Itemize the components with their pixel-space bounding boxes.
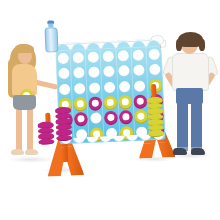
boy-shoe xyxy=(173,148,187,155)
boy-figure xyxy=(166,32,214,158)
cell-r5-c4 xyxy=(104,110,120,126)
cell-r1-c4 xyxy=(101,49,117,65)
disc-yellow xyxy=(73,97,87,111)
boy-shirt xyxy=(172,53,209,91)
cell-r2-c4 xyxy=(102,64,118,80)
cell-r2-c2 xyxy=(71,65,87,81)
hole-empty xyxy=(90,113,101,124)
disc-magenta xyxy=(104,111,118,125)
product-photo-giant-connect-four xyxy=(0,0,220,220)
hole-empty xyxy=(149,64,160,75)
boy-leg xyxy=(191,102,202,151)
hole-empty xyxy=(103,66,114,77)
cell-r3-c5 xyxy=(117,79,133,95)
cell-r3-c4 xyxy=(102,79,118,95)
girl-shoe xyxy=(11,149,24,155)
cell-r1-c6 xyxy=(131,47,147,63)
cell-r3-c2 xyxy=(72,81,88,97)
cell-r4-c3 xyxy=(88,95,104,111)
disc-yellow xyxy=(134,110,148,124)
girl-shoe xyxy=(25,149,38,155)
girl-figure xyxy=(6,42,62,162)
cell-r2-c5 xyxy=(117,63,133,79)
girl-shorts xyxy=(13,95,36,110)
cell-r2-c3 xyxy=(86,65,102,81)
hole-empty xyxy=(118,66,129,77)
girl-leg xyxy=(16,110,22,150)
cell-r3-c6 xyxy=(132,78,148,94)
hole-empty xyxy=(133,65,144,76)
hole-empty xyxy=(89,82,100,93)
cell-r1-c3 xyxy=(86,49,102,65)
disc-magenta xyxy=(134,95,148,109)
boy-shoe xyxy=(191,148,205,155)
hole-empty xyxy=(134,80,145,91)
hole-empty xyxy=(104,82,115,93)
hole-empty xyxy=(103,51,114,62)
hole-empty xyxy=(148,49,159,60)
cell-r3-c3 xyxy=(87,80,103,96)
hole-empty xyxy=(118,50,129,61)
spare-stack-yellow xyxy=(147,98,165,137)
boy-leg xyxy=(177,102,188,151)
cell-r4-c5 xyxy=(118,94,134,110)
cell-r1-c5 xyxy=(116,48,132,64)
cell-r1-c7 xyxy=(146,47,162,63)
cell-r1-c2 xyxy=(71,50,87,66)
cell-r4-c4 xyxy=(103,95,119,111)
disc-magenta xyxy=(74,112,88,126)
girl-hair-fringe xyxy=(15,44,34,53)
girl-leg xyxy=(27,110,33,150)
hole-empty xyxy=(133,50,144,61)
disc-yellow xyxy=(103,96,117,110)
cell-r2-c6 xyxy=(132,63,148,79)
cell-r5-c5 xyxy=(119,109,135,125)
hole-empty xyxy=(73,68,84,79)
boy-hair-side xyxy=(199,39,205,51)
disc-magenta xyxy=(88,97,102,111)
cell-r5-c2 xyxy=(73,111,89,127)
hole-empty xyxy=(74,83,85,94)
disc-yellow xyxy=(119,95,133,109)
hole-empty xyxy=(72,52,83,63)
spare-ring-yellow xyxy=(148,130,164,137)
cell-r4-c2 xyxy=(73,96,89,112)
disc-magenta xyxy=(119,111,133,125)
cell-r2-c7 xyxy=(147,62,163,78)
boy-hair-side xyxy=(176,39,182,51)
cell-r5-c3 xyxy=(88,111,104,127)
hole-empty xyxy=(88,67,99,78)
hole-empty xyxy=(119,81,130,92)
hole-empty xyxy=(87,52,98,63)
